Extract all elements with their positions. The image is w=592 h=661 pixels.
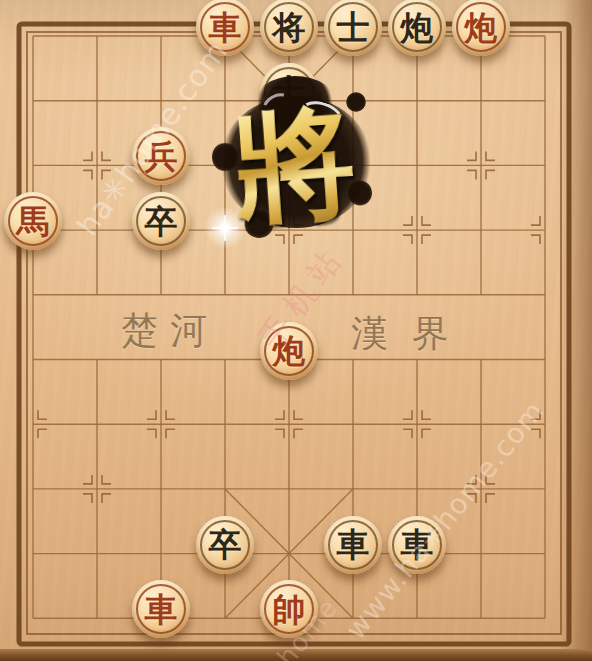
piece-glyph: 卒	[132, 192, 190, 250]
piece-glyph: 将	[260, 0, 318, 56]
piece-glyph: 士	[260, 63, 318, 121]
piece-glyph: 車	[132, 580, 190, 638]
river-label-chu-he: 楚河	[121, 306, 219, 356]
piece-glyph: 炮	[388, 0, 446, 56]
piece-black-advisor[interactable]: 士	[324, 0, 382, 56]
piece-red-chariot[interactable]: 車	[132, 580, 190, 638]
piece-red-chariot[interactable]: 車	[196, 0, 254, 56]
piece-black-general[interactable]: 将	[260, 0, 318, 56]
xiangqi-board-screenshot: 楚河 漢界 車将士炮炮士兵馬卒炮卒車車車帥 將 ha✳home.comwww.h…	[0, 0, 592, 661]
piece-red-general[interactable]: 帥	[260, 580, 318, 638]
piece-glyph: 車	[388, 516, 446, 574]
piece-red-horse[interactable]: 馬	[4, 192, 62, 250]
piece-black-cannon[interactable]: 炮	[388, 0, 446, 56]
piece-black-soldier[interactable]: 卒	[132, 192, 190, 250]
piece-glyph: 帥	[260, 580, 318, 638]
piece-glyph: 炮	[260, 322, 318, 380]
piece-glyph: 卒	[196, 516, 254, 574]
piece-black-chariot[interactable]: 車	[388, 516, 446, 574]
piece-glyph: 士	[324, 0, 382, 56]
board-right-edge-shadow	[558, 0, 592, 661]
piece-black-advisor[interactable]: 士	[260, 63, 318, 121]
board-bottom-edge	[0, 649, 592, 661]
piece-red-cannon[interactable]: 炮	[260, 322, 318, 380]
piece-black-soldier[interactable]: 卒	[196, 516, 254, 574]
piece-glyph: 兵	[132, 127, 190, 185]
piece-glyph: 車	[324, 516, 382, 574]
piece-red-soldier[interactable]: 兵	[132, 127, 190, 185]
river-label-han-jie: 漢界	[351, 309, 473, 359]
piece-red-cannon[interactable]: 炮	[452, 0, 510, 56]
piece-glyph: 炮	[452, 0, 510, 56]
piece-glyph: 車	[196, 0, 254, 56]
piece-glyph: 馬	[4, 192, 62, 250]
piece-black-chariot[interactable]: 車	[324, 516, 382, 574]
